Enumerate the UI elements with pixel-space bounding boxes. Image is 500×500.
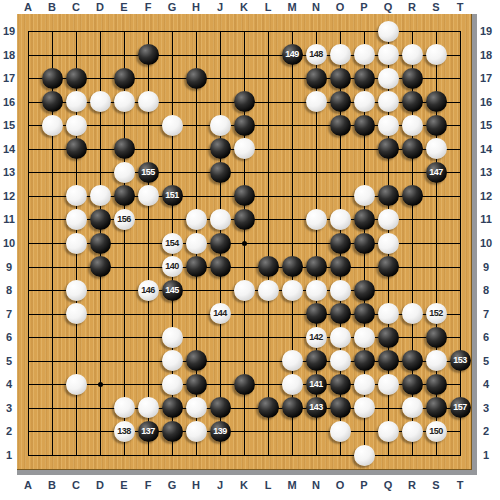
go-diagram-page: ABCDEFGHJKLMNOPQRST ABCDEFGHJKLMNOPQRST … [0,0,500,500]
stone-black-E14[interactable] [114,138,135,159]
stone-white-S14[interactable] [426,138,447,159]
stone-white-R18[interactable] [402,44,423,65]
col-label-top-E: E [120,1,127,13]
stone-white-N18[interactable]: 148 [306,44,327,65]
stone-black-L3[interactable] [258,397,279,418]
move-number: 151 [165,191,179,200]
stone-black-R4[interactable] [402,374,423,395]
stone-black-G2[interactable] [162,421,183,442]
row-label-right-15: 15 [480,119,492,131]
stone-black-E17[interactable] [114,68,135,89]
row-label-right-16: 16 [480,96,492,108]
move-number: 150 [429,427,443,436]
stone-black-P10[interactable] [354,233,375,254]
stone-black-K16[interactable] [234,91,255,112]
move-number: 143 [309,403,323,412]
stone-black-Q6[interactable] [378,327,399,348]
stone-black-F18[interactable] [138,44,159,65]
col-label-top-G: G [168,1,177,13]
row-label-right-17: 17 [480,72,492,84]
col-label-top-O: O [336,1,345,13]
col-label-bottom-F: F [145,479,152,491]
stone-black-N5[interactable] [306,350,327,371]
col-label-top-A: A [24,1,32,13]
stone-black-T5[interactable]: 153 [450,350,471,371]
stone-black-S6[interactable] [426,327,447,348]
stone-white-R3[interactable] [402,397,423,418]
stone-white-K8[interactable] [234,280,255,301]
col-label-top-B: B [48,1,56,13]
col-label-bottom-N: N [312,479,320,491]
stone-white-H11[interactable] [186,209,207,230]
stone-white-Q15[interactable] [378,115,399,136]
stone-black-M9[interactable] [282,256,303,277]
row-label-right-8: 8 [483,284,489,296]
stone-black-S4[interactable] [426,374,447,395]
stone-white-Q2[interactable] [378,421,399,442]
stone-white-Q10[interactable] [378,233,399,254]
row-label-left-10: 10 [3,237,15,249]
stone-black-O9[interactable] [330,256,351,277]
stone-black-H9[interactable] [186,256,207,277]
stone-black-O10[interactable] [330,233,351,254]
col-label-bottom-C: C [72,479,80,491]
stone-black-O15[interactable] [330,115,351,136]
stone-white-Q19[interactable] [378,21,399,42]
hoshi-point [98,382,103,387]
move-number: 144 [213,309,227,318]
col-label-top-R: R [408,1,416,13]
stone-black-N7[interactable] [306,303,327,324]
stone-white-E3[interactable] [114,397,135,418]
row-label-left-13: 13 [3,166,15,178]
stone-white-C16[interactable] [66,91,87,112]
stone-white-C8[interactable] [66,280,87,301]
row-label-right-14: 14 [480,143,492,155]
stone-white-P1[interactable] [354,445,375,466]
stone-white-G10[interactable]: 154 [162,233,183,254]
stone-white-G15[interactable] [162,115,183,136]
stone-white-N11[interactable] [306,209,327,230]
hoshi-point [242,241,247,246]
row-label-right-12: 12 [480,190,492,202]
stone-black-P5[interactable] [354,350,375,371]
stone-white-J7[interactable]: 144 [210,303,231,324]
col-label-top-M: M [287,1,296,13]
stone-black-E12[interactable] [114,185,135,206]
stone-white-O5[interactable] [330,350,351,371]
stone-white-B15[interactable] [42,115,63,136]
row-label-right-18: 18 [480,49,492,61]
stone-white-J11[interactable] [210,209,231,230]
stone-black-J14[interactable] [210,138,231,159]
stone-white-Q4[interactable] [378,374,399,395]
stone-white-J15[interactable] [210,115,231,136]
stone-black-O16[interactable] [330,91,351,112]
row-label-right-9: 9 [483,261,489,273]
stone-white-H3[interactable] [186,397,207,418]
stone-white-D12[interactable] [90,185,111,206]
stone-white-P6[interactable] [354,327,375,348]
stone-white-M8[interactable] [282,280,303,301]
col-label-bottom-D: D [96,479,104,491]
stone-white-O11[interactable] [330,209,351,230]
stone-black-Q9[interactable] [378,256,399,277]
stone-black-P11[interactable] [354,209,375,230]
col-label-bottom-H: H [192,479,200,491]
stone-black-Q14[interactable] [378,138,399,159]
stone-black-P15[interactable] [354,115,375,136]
row-label-right-11: 11 [480,213,492,225]
stone-white-C12[interactable] [66,185,87,206]
stone-white-N16[interactable] [306,91,327,112]
stone-white-O18[interactable] [330,44,351,65]
stone-white-S18[interactable] [426,44,447,65]
stone-black-F2[interactable]: 137 [138,421,159,442]
row-label-left-19: 19 [3,25,15,37]
stone-black-S13[interactable]: 147 [426,162,447,183]
stone-white-G6[interactable] [162,327,183,348]
stone-black-G12[interactable]: 151 [162,185,183,206]
stone-black-D9[interactable] [90,256,111,277]
stone-white-F12[interactable] [138,185,159,206]
stone-white-Q18[interactable] [378,44,399,65]
col-label-top-N: N [312,1,320,13]
row-label-left-6: 6 [6,331,12,343]
stone-white-C15[interactable] [66,115,87,136]
row-label-right-6: 6 [483,331,489,343]
row-label-left-16: 16 [3,96,15,108]
stone-white-G9[interactable]: 140 [162,256,183,277]
col-label-bottom-L: L [265,479,272,491]
stone-white-E11[interactable]: 156 [114,209,135,230]
stone-black-P8[interactable] [354,280,375,301]
row-label-left-14: 14 [3,143,15,155]
stone-white-N8[interactable] [306,280,327,301]
stone-white-M5[interactable] [282,350,303,371]
stone-white-P16[interactable] [354,91,375,112]
col-label-bottom-G: G [168,479,177,491]
col-label-bottom-A: A [24,479,32,491]
col-label-bottom-E: E [120,479,127,491]
row-label-right-10: 10 [480,237,492,249]
stone-white-C4[interactable] [66,374,87,395]
stone-white-F3[interactable] [138,397,159,418]
stone-white-H10[interactable] [186,233,207,254]
row-label-right-1: 1 [483,449,489,461]
stone-white-F16[interactable] [138,91,159,112]
move-number: 146 [141,286,155,295]
stone-black-R5[interactable] [402,350,423,371]
stone-black-S3[interactable] [426,397,447,418]
move-number: 149 [285,50,299,59]
stone-black-R12[interactable] [402,185,423,206]
stone-white-O8[interactable] [330,280,351,301]
stone-white-O2[interactable] [330,421,351,442]
stone-black-K15[interactable] [234,115,255,136]
row-label-right-2: 2 [483,425,489,437]
stone-black-N4[interactable]: 141 [306,374,327,395]
stone-black-Q5[interactable] [378,350,399,371]
row-label-left-12: 12 [3,190,15,202]
row-label-left-15: 15 [3,119,15,131]
stone-white-S5[interactable] [426,350,447,371]
stone-white-E16[interactable] [114,91,135,112]
row-label-left-11: 11 [3,213,15,225]
stone-black-H5[interactable] [186,350,207,371]
move-number: 148 [309,50,323,59]
stone-black-F13[interactable]: 155 [138,162,159,183]
row-label-left-17: 17 [3,72,15,84]
row-label-left-2: 2 [6,425,12,437]
col-label-top-T: T [457,1,464,13]
move-number: 157 [453,403,467,412]
stone-black-O17[interactable] [330,68,351,89]
col-label-bottom-Q: Q [384,479,393,491]
stone-black-R14[interactable] [402,138,423,159]
col-label-bottom-O: O [336,479,345,491]
col-label-bottom-R: R [408,479,416,491]
stone-white-G5[interactable] [162,350,183,371]
row-label-left-7: 7 [6,308,12,320]
move-number: 147 [429,168,443,177]
board-edge-shadow-right [472,14,477,475]
stone-black-O4[interactable] [330,374,351,395]
stone-white-F8[interactable]: 146 [138,280,159,301]
stone-white-C10[interactable] [66,233,87,254]
move-number: 139 [213,427,227,436]
move-number: 153 [453,356,467,365]
row-label-left-9: 9 [6,261,12,273]
stone-black-R16[interactable] [402,91,423,112]
stone-black-G8[interactable]: 145 [162,280,183,301]
row-label-right-19: 19 [480,25,492,37]
row-label-right-7: 7 [483,308,489,320]
col-label-top-F: F [145,1,152,13]
stone-black-D11[interactable] [90,209,111,230]
col-label-top-Q: Q [384,1,393,13]
row-label-left-4: 4 [6,378,12,390]
stone-black-O3[interactable] [330,397,351,418]
stone-black-S15[interactable] [426,115,447,136]
move-number: 152 [429,309,443,318]
stone-black-J3[interactable] [210,397,231,418]
stone-black-T3[interactable]: 157 [450,397,471,418]
row-label-left-3: 3 [6,402,12,414]
move-number: 141 [309,380,323,389]
stone-black-C17[interactable] [66,68,87,89]
stone-black-R17[interactable] [402,68,423,89]
stone-black-N3[interactable]: 143 [306,397,327,418]
stone-white-H2[interactable] [186,421,207,442]
col-label-bottom-S: S [432,479,439,491]
stone-white-Q16[interactable] [378,91,399,112]
stone-black-H4[interactable] [186,374,207,395]
stone-black-N17[interactable] [306,68,327,89]
col-label-bottom-K: K [240,479,248,491]
col-label-bottom-B: B [48,479,56,491]
stone-black-Q12[interactable] [378,185,399,206]
col-label-bottom-P: P [360,479,367,491]
stone-black-C14[interactable] [66,138,87,159]
stone-white-R7[interactable] [402,303,423,324]
row-label-left-1: 1 [6,449,12,461]
move-number: 154 [165,239,179,248]
col-label-top-S: S [432,1,439,13]
stone-white-P18[interactable] [354,44,375,65]
row-label-right-3: 3 [483,402,489,414]
row-label-left-8: 8 [6,284,12,296]
stone-white-P4[interactable] [354,374,375,395]
stone-white-E2[interactable]: 138 [114,421,135,442]
stone-white-R2[interactable] [402,421,423,442]
stone-white-S7[interactable]: 152 [426,303,447,324]
stone-black-M18[interactable]: 149 [282,44,303,65]
stone-black-S16[interactable] [426,91,447,112]
col-label-top-K: K [240,1,248,13]
stone-white-P12[interactable] [354,185,375,206]
row-label-left-18: 18 [3,49,15,61]
board-edge-shadow-bottom [17,470,477,475]
stone-black-K4[interactable] [234,374,255,395]
stone-black-J9[interactable] [210,256,231,277]
stone-black-P17[interactable] [354,68,375,89]
stone-black-P7[interactable] [354,303,375,324]
move-number: 138 [117,427,131,436]
move-number: 142 [309,333,323,342]
row-label-right-4: 4 [483,378,489,390]
move-number: 145 [165,286,179,295]
stone-white-R15[interactable] [402,115,423,136]
stone-white-Q17[interactable] [378,68,399,89]
col-label-bottom-M: M [287,479,296,491]
row-label-right-13: 13 [480,166,492,178]
col-label-top-C: C [72,1,80,13]
row-label-right-5: 5 [483,355,489,367]
stone-white-Q11[interactable] [378,209,399,230]
col-label-top-J: J [217,1,223,13]
stone-black-O7[interactable] [330,303,351,324]
stone-black-J13[interactable] [210,162,231,183]
col-label-top-D: D [96,1,104,13]
stone-black-G3[interactable] [162,397,183,418]
move-number: 140 [165,262,179,271]
col-label-top-L: L [265,1,272,13]
stone-black-J10[interactable] [210,233,231,254]
move-number: 155 [141,168,155,177]
stone-black-B17[interactable] [42,68,63,89]
stone-white-S2[interactable]: 150 [426,421,447,442]
col-label-top-P: P [360,1,367,13]
col-label-bottom-J: J [217,479,223,491]
stone-white-O6[interactable] [330,327,351,348]
stone-white-N6[interactable]: 142 [306,327,327,348]
stone-white-C11[interactable] [66,209,87,230]
stone-white-M4[interactable] [282,374,303,395]
stone-white-G4[interactable] [162,374,183,395]
stone-black-N9[interactable] [306,256,327,277]
row-label-left-5: 5 [6,355,12,367]
stone-black-D10[interactable] [90,233,111,254]
stone-white-K14[interactable] [234,138,255,159]
stone-white-C7[interactable] [66,303,87,324]
stone-white-D16[interactable] [90,91,111,112]
stone-white-E13[interactable] [114,162,135,183]
stone-black-K12[interactable] [234,185,255,206]
stone-black-B16[interactable] [42,91,63,112]
stone-white-L8[interactable] [258,280,279,301]
stone-white-P3[interactable] [354,397,375,418]
move-number: 137 [141,427,155,436]
stone-white-Q7[interactable] [378,303,399,324]
move-number: 156 [117,215,131,224]
stone-black-K11[interactable] [234,209,255,230]
col-label-top-H: H [192,1,200,13]
stone-black-J2[interactable]: 139 [210,421,231,442]
stone-black-M3[interactable] [282,397,303,418]
stone-black-H17[interactable] [186,68,207,89]
col-label-bottom-T: T [457,479,464,491]
stone-black-L9[interactable] [258,256,279,277]
